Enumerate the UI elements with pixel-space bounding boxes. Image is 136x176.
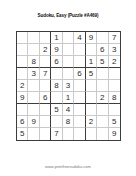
given-digit: 8 [112,94,116,102]
given-digit: 8 [54,82,58,90]
cell-r3c3 [40,56,51,68]
given-digit: 9 [89,34,93,42]
sudoku-board: 14972963861523765283961285469825579 [16,31,121,141]
cell-r6c2 [28,92,39,104]
given-digit: 9 [54,46,58,54]
given-digit: 7 [43,70,47,78]
cell-r2c5 [63,44,74,56]
cell-r8c3 [40,116,51,128]
given-digit: 4 [77,34,81,42]
cell-r8c2: 9 [28,116,39,128]
cell-r9c7 [86,128,97,140]
given-digit: 2 [89,118,93,126]
given-digit: 6 [54,58,58,66]
cell-r5c3 [40,80,51,92]
cell-r4c7: 5 [86,68,97,80]
cell-r7c6 [74,104,85,116]
cell-r4c5 [63,68,74,80]
footer-url: www.printfreesudoku.com [0,164,136,169]
cell-r3c9: 2 [109,56,120,68]
cell-r1c3 [40,32,51,44]
cell-r9c5 [63,128,74,140]
cell-r1c6: 4 [74,32,85,44]
cell-r6c9: 8 [109,92,120,104]
cell-r7c2 [28,104,39,116]
given-digit: 8 [31,58,35,66]
cell-r5c7 [86,80,97,92]
given-digit: 1 [89,58,93,66]
cell-r5c4: 8 [51,80,62,92]
cell-r2c1 [17,44,28,56]
cell-r7c9 [109,104,120,116]
cell-r7c8 [97,104,108,116]
cell-r9c8 [97,128,108,140]
given-digit: 6 [100,46,104,54]
cell-r3c7: 1 [86,56,97,68]
cell-r2c8: 6 [97,44,108,56]
cell-r8c7: 2 [86,116,97,128]
given-digit: 9 [112,130,116,138]
cell-r9c2 [28,128,39,140]
cell-r4c4 [51,68,62,80]
given-digit: 9 [31,118,35,126]
cell-r9c1: 5 [17,128,28,140]
given-digit: 5 [100,58,104,66]
cell-r8c9: 5 [109,116,120,128]
cell-r6c1: 9 [17,92,28,104]
cell-r2c2 [28,44,39,56]
cell-r8c6 [74,116,85,128]
cell-r5c8 [97,80,108,92]
cell-r9c4: 7 [51,128,62,140]
given-digit: 5 [20,130,24,138]
cell-r1c8 [97,32,108,44]
given-digit: 3 [66,82,70,90]
cell-r4c8 [97,68,108,80]
cell-r1c2 [28,32,39,44]
given-digit: 6 [20,118,24,126]
cell-r4c6: 6 [74,68,85,80]
cell-r7c4: 5 [51,104,62,116]
given-digit: 6 [43,94,47,102]
cell-r6c4 [51,92,62,104]
cell-r2c4: 9 [51,44,62,56]
given-digit: 2 [20,82,24,90]
cell-r4c3: 7 [40,68,51,80]
cell-r8c5: 8 [63,116,74,128]
given-digit: 6 [77,70,81,78]
cell-r1c7: 9 [86,32,97,44]
cell-r6c3: 6 [40,92,51,104]
cell-r6c5: 1 [63,92,74,104]
given-digit: 2 [100,94,104,102]
given-digit: 3 [31,70,35,78]
given-digit: 7 [54,130,58,138]
given-digit: 9 [20,94,24,102]
cell-r7c5: 4 [63,104,74,116]
cell-r8c4 [51,116,62,128]
cell-r9c9: 9 [109,128,120,140]
cell-r7c1 [17,104,28,116]
cell-r3c8: 5 [97,56,108,68]
given-digit: 3 [112,46,116,54]
cell-r1c1 [17,32,28,44]
cell-r5c5: 3 [63,80,74,92]
cell-r3c4: 6 [51,56,62,68]
cell-r2c7 [86,44,97,56]
given-digit: 2 [43,46,47,54]
cell-r3c6 [74,56,85,68]
cell-r8c1: 6 [17,116,28,128]
cell-r5c9 [109,80,120,92]
given-digit: 1 [66,94,70,102]
cell-r3c1 [17,56,28,68]
given-digit: 5 [112,118,116,126]
cell-r2c9: 3 [109,44,120,56]
cell-r7c7 [86,104,97,116]
cell-r6c8: 2 [97,92,108,104]
sudoku-page: Sudoku, Easy (Puzzle #A469) 149729638615… [0,0,136,176]
cell-r4c9 [109,68,120,80]
given-digit: 8 [66,118,70,126]
cell-r9c3 [40,128,51,140]
cell-r3c5 [63,56,74,68]
cell-r9c6 [74,128,85,140]
cell-r7c3 [40,104,51,116]
cell-r1c5 [63,32,74,44]
given-digit: 4 [66,106,70,114]
cell-r4c2: 3 [28,68,39,80]
cell-r3c2: 8 [28,56,39,68]
cell-r5c1: 2 [17,80,28,92]
given-digit: 5 [54,106,58,114]
cell-r1c4: 1 [51,32,62,44]
given-digit: 1 [54,34,58,42]
cell-r5c6 [74,80,85,92]
cell-r8c8 [97,116,108,128]
cell-r4c1 [17,68,28,80]
cell-r5c2 [28,80,39,92]
cell-r6c6 [74,92,85,104]
cell-r1c9: 7 [109,32,120,44]
page-title: Sudoku, Easy (Puzzle #A469) [0,13,136,18]
cell-r2c3: 2 [40,44,51,56]
given-digit: 7 [112,34,116,42]
cell-r6c7 [86,92,97,104]
cell-r2c6 [74,44,85,56]
given-digit: 2 [112,58,116,66]
given-digit: 5 [89,70,93,78]
